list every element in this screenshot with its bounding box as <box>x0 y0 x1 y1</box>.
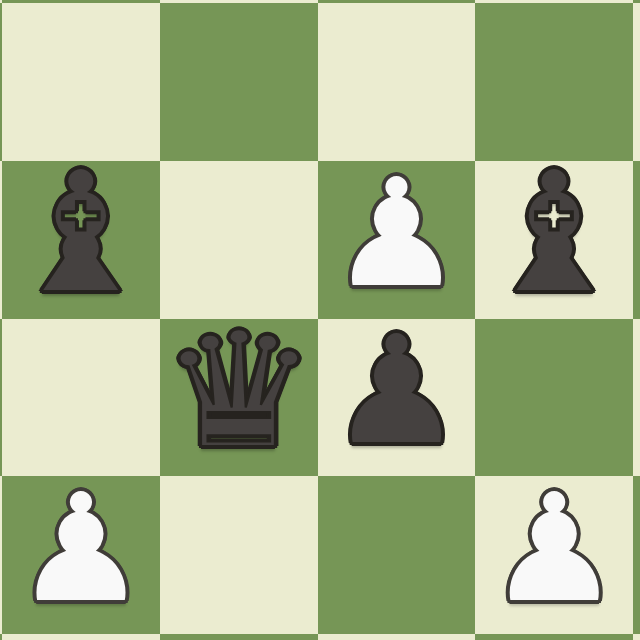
white-pawn[interactable]: ♟ <box>328 158 464 310</box>
black-bishop[interactable]: ♝ <box>479 149 630 317</box>
square-r5-c3[interactable] <box>318 634 476 640</box>
chess-board-viewport: ♝♟♝♛♟♟♟ <box>0 0 640 640</box>
chess-board: ♝♟♝♛♟♟♟ <box>0 0 640 640</box>
square-r3-c4[interactable] <box>475 319 633 477</box>
black-pawn[interactable]: ♟ <box>328 315 464 467</box>
square-r4-c1[interactable]: ♟ <box>2 476 160 634</box>
square-r1-c5[interactable] <box>633 3 640 161</box>
square-r3-c2[interactable]: ♛ <box>160 319 318 477</box>
square-r4-c2[interactable] <box>160 476 318 634</box>
square-r4-c4[interactable]: ♟ <box>475 476 633 634</box>
square-r3-c1[interactable] <box>2 319 160 477</box>
black-bishop[interactable]: ♝ <box>6 149 157 317</box>
white-pawn[interactable]: ♟ <box>13 473 149 625</box>
square-r1-c2[interactable] <box>160 3 318 161</box>
square-r3-c3[interactable]: ♟ <box>318 319 476 477</box>
square-r1-c3[interactable] <box>318 3 476 161</box>
square-r5-c5[interactable] <box>633 634 640 640</box>
square-r2-c3[interactable]: ♟ <box>318 161 476 319</box>
square-r4-c3[interactable] <box>318 476 476 634</box>
black-queen[interactable]: ♛ <box>160 311 318 471</box>
square-r5-c2[interactable] <box>160 634 318 640</box>
square-r2-c4[interactable]: ♝ <box>475 161 633 319</box>
square-r3-c5[interactable] <box>633 319 640 477</box>
square-r2-c2[interactable] <box>160 161 318 319</box>
square-r5-c1[interactable] <box>2 634 160 640</box>
white-pawn[interactable]: ♟ <box>486 473 622 625</box>
square-r2-c1[interactable]: ♝ <box>2 161 160 319</box>
square-r2-c5[interactable] <box>633 161 640 319</box>
square-r5-c4[interactable] <box>475 634 633 640</box>
square-r4-c5[interactable] <box>633 476 640 634</box>
